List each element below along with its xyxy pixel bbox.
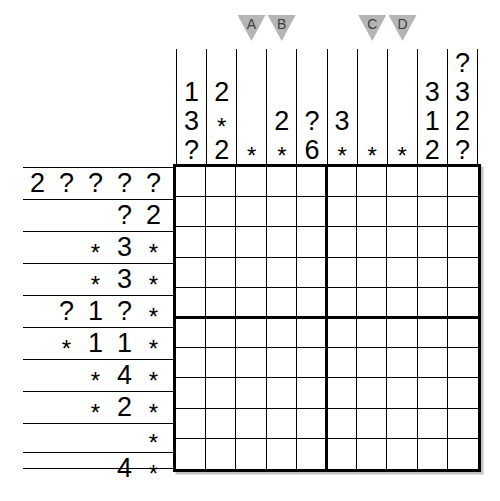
grid-cell-r2c5[interactable] [297,197,327,227]
grid-cell-r7c1[interactable] [176,348,206,378]
col-clue: * [267,136,296,165]
grid-cell-r6c9[interactable] [418,318,448,348]
column-marker-b: B [268,15,296,41]
col-clue-group-9: 312 [417,49,447,168]
grid-cell-r9c5[interactable] [297,409,327,439]
row-clue: * [81,264,110,295]
row-clue: * [81,360,110,391]
row-clue: ? [110,200,139,231]
grid-cell-r5c6[interactable] [327,288,357,318]
clue-value: * [149,429,158,457]
row-clue: * [139,232,168,263]
clue-value: ? [117,296,132,327]
grid-cell-r5c4[interactable] [267,288,297,318]
column-clues-area: 13?2*2*2*?63***312?32? [176,49,478,167]
grid-cell-r10c8[interactable] [387,439,417,469]
col-clue-group-6: 3* [327,49,357,168]
clue-value: * [149,399,158,427]
grid-cell-r8c1[interactable] [176,378,206,408]
grid-cell-r8c10[interactable] [448,378,478,408]
grid-cell-r9c6[interactable] [327,409,357,439]
clue-value: 1 [88,328,103,359]
col-clue-group-2: 2*2 [206,49,236,168]
grid-cell-r9c7[interactable] [357,409,387,439]
grid-cell-r7c4[interactable] [267,348,297,378]
grid-cell-r4c1[interactable] [176,258,206,288]
clue-value: ? [117,168,132,199]
col-clue-group-7: * [357,49,387,168]
grid-cell-r7c5[interactable] [297,348,327,378]
col-clue-group-8: * [387,49,417,168]
clue-value: ? [146,168,161,199]
clue-value: 4 [117,453,132,484]
row-clue: * [139,360,168,391]
row-clue: ? [52,296,81,327]
clue-value: 2 [146,200,161,231]
grid-cell-r5c8[interactable] [387,288,417,318]
marker-label: D [389,16,417,32]
row-clue: * [139,296,168,327]
clue-value: 3 [455,77,470,108]
grid-cell-r3c8[interactable] [387,227,417,257]
grid-cell-r1c8[interactable] [387,167,417,197]
col-clue: ? [448,49,477,78]
col-clue: * [207,107,236,136]
grid-cell-r9c9[interactable] [418,409,448,439]
grid-cell-r6c4[interactable] [267,318,297,348]
grid-cell-r7c8[interactable] [387,348,417,378]
col-clue: 2 [267,107,296,136]
grid-cell-r5c5[interactable] [297,288,327,318]
grid-cell-r6c6[interactable] [327,318,357,348]
row-clue-group-6: *11* [23,327,175,359]
row-clue: * [139,264,168,295]
grid-cell-r6c10[interactable] [448,318,478,348]
grid-cell-r10c2[interactable] [206,439,236,469]
col-clue: * [388,136,417,165]
col-clue: * [237,136,266,165]
clue-value: 1 [117,328,132,359]
row-clue: 2 [139,200,168,231]
grid-cell-r10c1[interactable] [176,439,206,469]
col-clue: 2 [448,107,477,136]
grid-cell-r9c10[interactable] [448,409,478,439]
grid-cell-r2c6[interactable] [327,197,357,227]
col-clue-group-3: * [236,49,266,168]
grid-cell-r8c4[interactable] [267,378,297,408]
row-clue: 2 [110,392,139,423]
grid-cell-r4c2[interactable] [206,258,236,288]
clue-value: 2 [274,106,289,137]
grid-cell-r6c2[interactable] [206,318,236,348]
grid-cell-r3c9[interactable] [418,227,448,257]
grid-cell-r7c9[interactable] [418,348,448,378]
grid-cell-r7c2[interactable] [206,348,236,378]
grid-cell-r9c2[interactable] [206,409,236,439]
clue-value: 3 [117,264,132,295]
grid-cell-r1c2[interactable] [206,167,236,197]
col-clue-group-1: 13? [176,49,206,168]
grid-cell-r10c9[interactable] [418,439,448,469]
grid-cell-r5c7[interactable] [357,288,387,318]
clue-value: * [149,271,158,299]
clue-value: * [91,271,100,299]
grid-cell-r8c5[interactable] [297,378,327,408]
row-clue: 2 [23,168,52,199]
row-clues-area: 2?????2*3**3*?1?**11**4**2**4* [23,167,173,469]
row-clue-group-9: * [23,423,175,452]
grid-cell-r3c3[interactable] [236,227,266,257]
grid-cell-r9c4[interactable] [267,409,297,439]
column-marker-a: A [238,15,266,41]
col-clue: 1 [177,78,206,107]
grid-cell-r10c6[interactable] [327,439,357,469]
row-clue: 4 [110,360,139,391]
grid-cell-r8c7[interactable] [357,378,387,408]
clue-value: 3 [425,77,440,108]
grid-cell-r6c8[interactable] [387,318,417,348]
marker-label: B [268,16,296,32]
grid-cell-r8c9[interactable] [418,378,448,408]
grid-cell-r1c6[interactable] [327,167,357,197]
grid-cell-r6c7[interactable] [357,318,387,348]
column-marker-d: D [389,15,417,41]
clue-value: * [91,239,100,267]
row-clue: 3 [110,264,139,295]
clue-value: ? [184,135,199,166]
grid-cell-r4c7[interactable] [357,258,387,288]
grid-cell-r6c3[interactable] [236,318,266,348]
row-clue-group-7: *4* [23,359,175,391]
grid-cell-r2c3[interactable] [236,197,266,227]
col-clue: * [358,136,387,165]
grid-cell-r8c8[interactable] [387,378,417,408]
grid-cell-r1c10[interactable] [448,167,478,197]
row-clue-group-1: 2???? [23,167,175,199]
grid-cell-r7c10[interactable] [448,348,478,378]
grid-cell-r3c5[interactable] [297,227,327,257]
grid-cell-r3c7[interactable] [357,227,387,257]
marker-label: C [358,16,386,32]
row-clue-group-2: ?2 [23,199,175,231]
col-clue: ? [297,107,326,136]
grid-cell-r5c10[interactable] [448,288,478,318]
clue-value: * [149,303,158,331]
clue-value: * [149,460,158,488]
nonogram-puzzle: ABCD 13?2*2*2*?63***312?32? 2?????2*3**3… [0,0,500,501]
grid-cell-r1c4[interactable] [267,167,297,197]
row-clue: 1 [81,328,110,359]
col-clue-group-10: ?32? [447,49,477,168]
col-clue: ? [177,136,206,165]
grid-cell-r1c1[interactable] [176,167,206,197]
row-clue: * [52,328,81,359]
grid-cell-r8c6[interactable] [327,378,357,408]
row-clue: * [139,424,168,452]
grid-cell-r2c8[interactable] [387,197,417,227]
clue-value: 4 [117,360,132,391]
column-marker-c: C [358,15,386,41]
clue-value: * [149,367,158,395]
clue-value: ? [88,168,103,199]
grid-cell-r5c1[interactable] [176,288,206,318]
grid-cell-r9c3[interactable] [236,409,266,439]
col-clue: 6 [297,136,326,165]
row-clue: ? [110,296,139,327]
grid-cell-r3c2[interactable] [206,227,236,257]
row-clue: ? [139,168,168,199]
row-clue: 1 [81,296,110,327]
clue-value: 3 [184,106,199,137]
col-clue: 2 [207,78,236,107]
grid-cell-r4c10[interactable] [448,258,478,288]
clue-value: 2 [214,77,229,108]
grid-cell-r2c2[interactable] [206,197,236,227]
clue-value: 1 [184,77,199,108]
row-clue-group-4: *3* [23,263,175,295]
grid-cell-r2c10[interactable] [448,197,478,227]
clue-value: ? [455,48,470,79]
clue-value: 3 [335,106,350,137]
row-clue: 3 [110,232,139,263]
row-clue: * [81,392,110,423]
grid-cell-r6c1[interactable] [176,318,206,348]
grid-cell-r4c8[interactable] [387,258,417,288]
grid-cell-r2c4[interactable] [267,197,297,227]
row-clue: * [139,453,168,484]
col-clue-group-5: ?6 [296,49,326,168]
grid-cell-r2c1[interactable] [176,197,206,227]
grid-cell-r6c5[interactable] [297,318,327,348]
grid-cell-r3c1[interactable] [176,227,206,257]
col-clue: 2 [418,136,447,165]
grid-cell-r2c7[interactable] [357,197,387,227]
clue-value: 2 [30,168,45,199]
row-clue-group-8: *2* [23,391,175,423]
grid-cell-r5c9[interactable] [418,288,448,318]
grid-cell-r8c3[interactable] [236,378,266,408]
row-clue: ? [110,168,139,199]
marker-label: A [238,16,266,32]
grid-cell-r1c9[interactable] [418,167,448,197]
grid-cell-r10c7[interactable] [357,439,387,469]
grid-cell-r5c2[interactable] [206,288,236,318]
clue-value: ? [304,106,319,137]
grid-cell-r5c3[interactable] [236,288,266,318]
grid-cell-r10c10[interactable] [448,439,478,469]
row-clue: ? [52,168,81,199]
clue-value: * [149,239,158,267]
row-clue: ? [81,168,110,199]
clue-value: * [217,113,226,141]
clue-value: * [149,335,158,363]
clue-value: 6 [304,135,319,166]
clue-value: 2 [455,106,470,137]
clue-value: 1 [88,296,103,327]
row-clue-group-3: *3* [23,231,175,263]
grid-cell-r1c7[interactable] [357,167,387,197]
grid-cell-r7c7[interactable] [357,348,387,378]
clue-value: ? [59,168,74,199]
col-clue-group-4: 2* [266,49,296,168]
grid-cell-r9c1[interactable] [176,409,206,439]
clue-value: 3 [117,232,132,263]
grid-cell-r4c6[interactable] [327,258,357,288]
grid-cell-r7c3[interactable] [236,348,266,378]
col-clue: 3 [328,107,357,136]
row-clue: * [139,328,168,359]
col-clue: ? [448,136,477,165]
col-clue: 3 [448,78,477,107]
grid-cell-r4c5[interactable] [297,258,327,288]
clue-value: 2 [425,135,440,166]
clue-value: * [62,335,71,363]
clue-value: 2 [117,392,132,423]
grid-cell-r4c9[interactable] [418,258,448,288]
clue-value: ? [59,296,74,327]
grid-cell-r10c3[interactable] [236,439,266,469]
grid-cell-r1c3[interactable] [236,167,266,197]
row-clue: 4 [110,453,139,484]
grid-cell-r3c6[interactable] [327,227,357,257]
grid-cell-r8c2[interactable] [206,378,236,408]
grid-cell-r10c5[interactable] [297,439,327,469]
clue-value: * [91,367,100,395]
row-clue-group-5: ?1?* [23,295,175,327]
clue-value: 1 [425,106,440,137]
clue-value: ? [455,135,470,166]
grid-cell-r2c9[interactable] [418,197,448,227]
grid-cell-r10c4[interactable] [267,439,297,469]
clue-value: ? [117,200,132,231]
grid-cell-r9c8[interactable] [387,409,417,439]
row-clue: * [139,392,168,423]
row-clue: * [81,232,110,263]
row-clue: 1 [110,328,139,359]
bold-horizontal-divider [173,316,481,319]
col-clue: 3 [177,107,206,136]
clue-value: * [91,399,100,427]
grid-cell-r1c5[interactable] [297,167,327,197]
col-clue: * [328,136,357,165]
grid-cell-r4c4[interactable] [267,258,297,288]
col-clue: 3 [418,78,447,107]
grid-cell-r4c3[interactable] [236,258,266,288]
grid-cell-r7c6[interactable] [327,348,357,378]
grid-cell-r3c10[interactable] [448,227,478,257]
grid-cell-r3c4[interactable] [267,227,297,257]
col-clue: 1 [418,107,447,136]
